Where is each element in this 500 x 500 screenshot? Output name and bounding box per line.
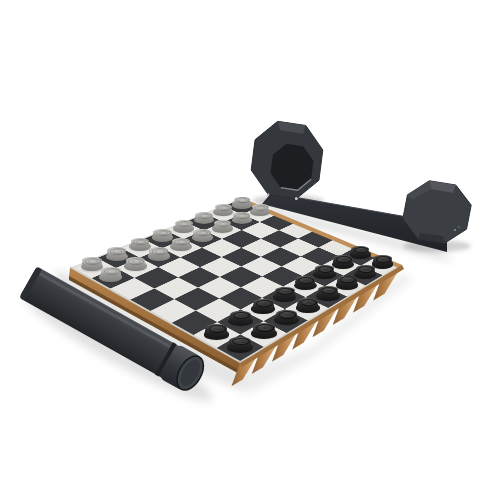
storage-tube — [18, 265, 209, 395]
foreground-layer — [0, 0, 500, 500]
product-photo-stage — [0, 0, 500, 500]
